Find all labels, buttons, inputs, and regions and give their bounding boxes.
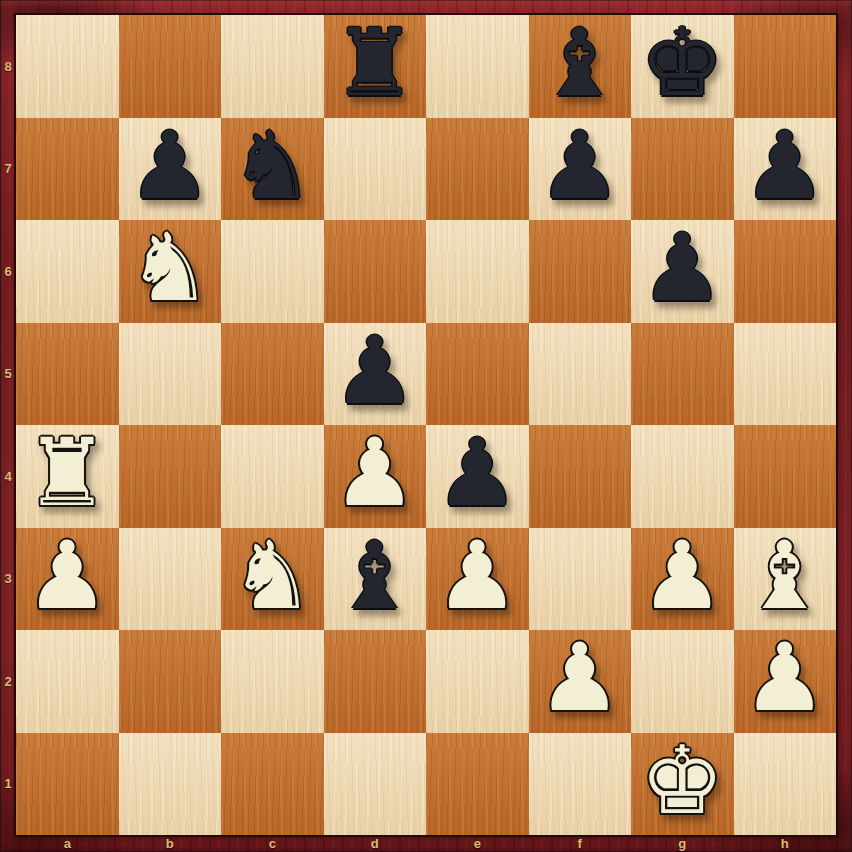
- square-d4[interactable]: ♟: [324, 425, 427, 528]
- square-d6[interactable]: [324, 220, 427, 323]
- square-d5[interactable]: ♟: [324, 323, 427, 426]
- rank-label-5: 5: [0, 323, 16, 426]
- square-b1[interactable]: [119, 733, 222, 836]
- piece-black-pawn-g6[interactable]: ♟: [640, 221, 724, 315]
- square-c5[interactable]: [221, 323, 324, 426]
- square-d3[interactable]: ♝: [324, 528, 427, 631]
- square-a6[interactable]: [16, 220, 119, 323]
- piece-white-pawn-a3[interactable]: ♟: [25, 529, 109, 623]
- square-e6[interactable]: [426, 220, 529, 323]
- square-c6[interactable]: [221, 220, 324, 323]
- square-d8[interactable]: ♜: [324, 15, 427, 118]
- square-g8[interactable]: ♚: [631, 15, 734, 118]
- square-f6[interactable]: [529, 220, 632, 323]
- square-a2[interactable]: [16, 630, 119, 733]
- square-a5[interactable]: [16, 323, 119, 426]
- square-a7[interactable]: [16, 118, 119, 221]
- square-b8[interactable]: [119, 15, 222, 118]
- file-label-a: a: [16, 835, 119, 852]
- rank-label-4: 4: [0, 425, 16, 528]
- rank-labels: 87654321: [0, 15, 16, 835]
- file-label-d: d: [324, 835, 427, 852]
- piece-black-bishop-d3[interactable]: ♝: [333, 529, 417, 623]
- square-b7[interactable]: ♟: [119, 118, 222, 221]
- square-f2[interactable]: ♟: [529, 630, 632, 733]
- square-d1[interactable]: [324, 733, 427, 836]
- square-a4[interactable]: ♜: [16, 425, 119, 528]
- board-frame: ♜♝♚♟♞♟♟♞♟♟♜♟♟♟♞♝♟♟♝♟♟♚ 87654321 abcdefgh: [0, 0, 852, 852]
- square-e8[interactable]: [426, 15, 529, 118]
- piece-black-pawn-e4[interactable]: ♟: [435, 426, 519, 520]
- file-label-e: e: [426, 835, 529, 852]
- piece-black-pawn-h7[interactable]: ♟: [743, 119, 827, 213]
- square-e4[interactable]: ♟: [426, 425, 529, 528]
- file-labels: abcdefgh: [16, 835, 836, 852]
- piece-black-rook-d8[interactable]: ♜: [333, 16, 417, 110]
- square-g5[interactable]: [631, 323, 734, 426]
- square-h4[interactable]: [734, 425, 837, 528]
- square-h7[interactable]: ♟: [734, 118, 837, 221]
- square-g7[interactable]: [631, 118, 734, 221]
- square-g4[interactable]: [631, 425, 734, 528]
- square-b2[interactable]: [119, 630, 222, 733]
- square-f8[interactable]: ♝: [529, 15, 632, 118]
- piece-white-knight-b6[interactable]: ♞: [128, 221, 212, 315]
- square-c1[interactable]: [221, 733, 324, 836]
- square-b5[interactable]: [119, 323, 222, 426]
- square-a8[interactable]: [16, 15, 119, 118]
- square-h6[interactable]: [734, 220, 837, 323]
- piece-black-knight-c7[interactable]: ♞: [230, 119, 314, 213]
- square-g6[interactable]: ♟: [631, 220, 734, 323]
- square-c7[interactable]: ♞: [221, 118, 324, 221]
- square-h5[interactable]: [734, 323, 837, 426]
- square-e7[interactable]: [426, 118, 529, 221]
- rank-label-7: 7: [0, 118, 16, 221]
- rank-label-2: 2: [0, 630, 16, 733]
- square-f4[interactable]: [529, 425, 632, 528]
- square-b3[interactable]: [119, 528, 222, 631]
- square-e5[interactable]: [426, 323, 529, 426]
- piece-black-king-g8[interactable]: ♚: [640, 16, 724, 110]
- square-c4[interactable]: [221, 425, 324, 528]
- file-label-f: f: [529, 835, 632, 852]
- square-f7[interactable]: ♟: [529, 118, 632, 221]
- square-a1[interactable]: [16, 733, 119, 836]
- piece-black-pawn-d5[interactable]: ♟: [333, 324, 417, 418]
- square-h8[interactable]: [734, 15, 837, 118]
- square-c8[interactable]: [221, 15, 324, 118]
- square-g1[interactable]: ♚: [631, 733, 734, 836]
- square-b4[interactable]: [119, 425, 222, 528]
- square-b6[interactable]: ♞: [119, 220, 222, 323]
- piece-white-pawn-d4[interactable]: ♟: [333, 426, 417, 520]
- piece-white-pawn-e3[interactable]: ♟: [435, 529, 519, 623]
- rank-label-3: 3: [0, 528, 16, 631]
- piece-white-bishop-h3[interactable]: ♝: [743, 529, 827, 623]
- square-f1[interactable]: [529, 733, 632, 836]
- square-d2[interactable]: [324, 630, 427, 733]
- piece-black-pawn-f7[interactable]: ♟: [538, 119, 622, 213]
- square-h1[interactable]: [734, 733, 837, 836]
- file-label-h: h: [734, 835, 837, 852]
- square-f5[interactable]: [529, 323, 632, 426]
- square-e1[interactable]: [426, 733, 529, 836]
- square-c2[interactable]: [221, 630, 324, 733]
- piece-black-pawn-b7[interactable]: ♟: [128, 119, 212, 213]
- piece-white-rook-a4[interactable]: ♜: [25, 426, 109, 520]
- square-f3[interactable]: [529, 528, 632, 631]
- piece-white-pawn-h2[interactable]: ♟: [743, 631, 827, 725]
- square-c3[interactable]: ♞: [221, 528, 324, 631]
- piece-black-bishop-f8[interactable]: ♝: [538, 16, 622, 110]
- rank-label-8: 8: [0, 15, 16, 118]
- square-h2[interactable]: ♟: [734, 630, 837, 733]
- square-a3[interactable]: ♟: [16, 528, 119, 631]
- file-label-b: b: [119, 835, 222, 852]
- file-label-c: c: [221, 835, 324, 852]
- square-d7[interactable]: [324, 118, 427, 221]
- board: ♜♝♚♟♞♟♟♞♟♟♜♟♟♟♞♝♟♟♝♟♟♚: [16, 15, 836, 835]
- square-e2[interactable]: [426, 630, 529, 733]
- piece-white-king-g1[interactable]: ♚: [640, 734, 724, 828]
- rank-label-1: 1: [0, 733, 16, 836]
- piece-white-knight-c3[interactable]: ♞: [230, 529, 314, 623]
- piece-white-pawn-g3[interactable]: ♟: [640, 529, 724, 623]
- square-g2[interactable]: [631, 630, 734, 733]
- rank-label-6: 6: [0, 220, 16, 323]
- square-h3[interactable]: ♝: [734, 528, 837, 631]
- piece-white-pawn-f2[interactable]: ♟: [538, 631, 622, 725]
- file-label-g: g: [631, 835, 734, 852]
- square-g3[interactable]: ♟: [631, 528, 734, 631]
- square-e3[interactable]: ♟: [426, 528, 529, 631]
